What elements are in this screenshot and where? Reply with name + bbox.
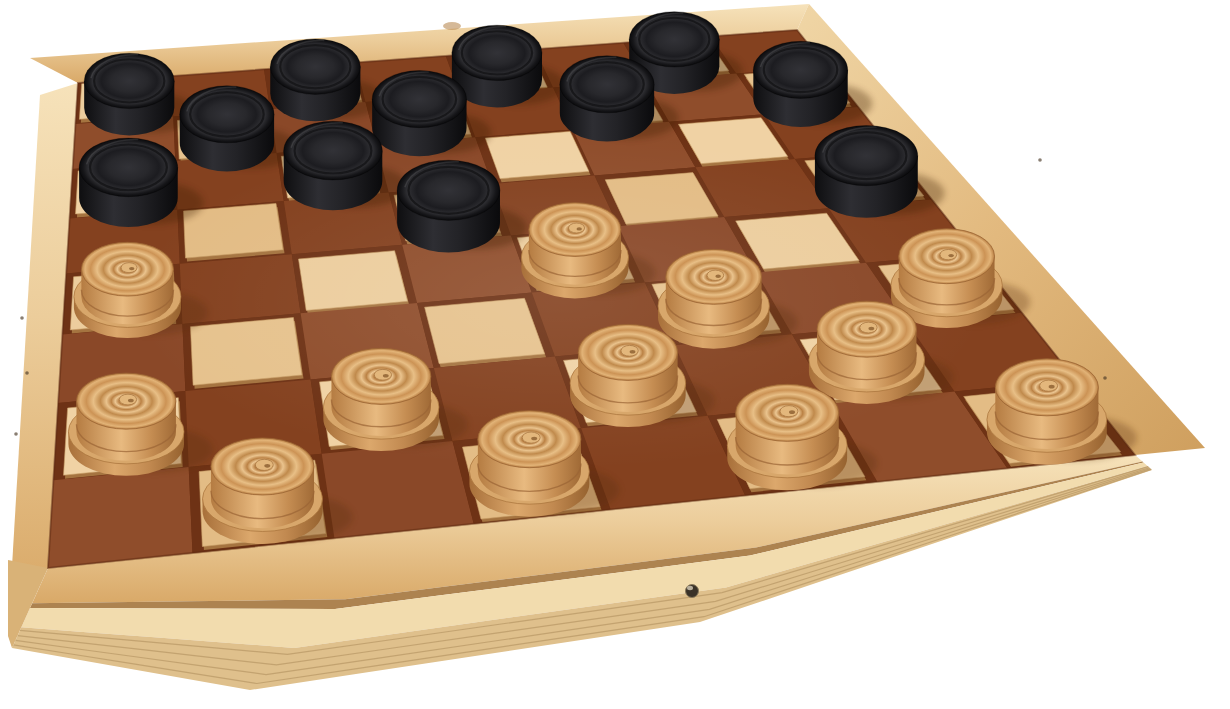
nub-shadow-dot	[577, 227, 582, 230]
nail-speck	[1038, 158, 1042, 162]
piece-top	[753, 41, 847, 98]
nub-shadow-dot	[715, 275, 721, 278]
nail-speck	[20, 316, 24, 320]
piece-center-nub	[940, 249, 957, 259]
piece-top	[180, 86, 274, 143]
piece-top	[372, 71, 466, 128]
piece-center-nub	[568, 223, 584, 233]
piece-top	[815, 126, 918, 186]
nail-speck	[1103, 376, 1107, 380]
nub-shadow-dot	[128, 399, 134, 402]
piece-center-nub	[780, 406, 798, 417]
nub-shadow-dot	[1049, 385, 1055, 389]
piece-top	[560, 56, 654, 113]
keyhole	[686, 585, 699, 598]
piece-center-nub	[707, 270, 724, 280]
checkers-board-photo: checkers (draughts) — wooden 8x8 set, ov…	[0, 0, 1230, 709]
nub-shadow-dot	[948, 254, 954, 257]
nail-speck	[25, 371, 29, 375]
wood-knot	[443, 22, 461, 30]
nub-shadow-dot	[531, 437, 537, 441]
nub-shadow-dot	[868, 327, 874, 330]
nub-shadow-dot	[383, 374, 389, 377]
piece-top	[284, 121, 383, 180]
piece-center-nub	[121, 263, 137, 273]
piece-center-nub	[621, 345, 638, 356]
nail-speck	[14, 432, 18, 436]
piece-center-nub	[374, 369, 391, 380]
square-a1[interactable]	[48, 467, 193, 568]
piece-center-nub	[119, 394, 136, 405]
checkers-photo-stage: checkers (draughts) — wooden 8x8 set, ov…	[0, 0, 1230, 709]
nub-shadow-dot	[630, 350, 636, 353]
piece-top	[452, 25, 542, 80]
piece-top	[397, 160, 500, 220]
piece-top	[629, 12, 719, 67]
piece-top	[270, 39, 360, 94]
piece-top	[84, 53, 174, 108]
piece-center-nub	[522, 432, 540, 443]
nub-shadow-dot	[789, 410, 795, 414]
piece-top	[79, 138, 178, 197]
piece-center-nub	[255, 459, 273, 470]
piece-center-nub	[1040, 380, 1058, 391]
nub-shadow-dot	[129, 267, 134, 270]
nub-shadow-dot	[264, 464, 270, 468]
piece-center-nub	[860, 322, 877, 333]
